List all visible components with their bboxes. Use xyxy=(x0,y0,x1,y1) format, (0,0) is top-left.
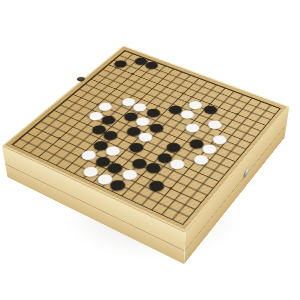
stone-white: ● xyxy=(190,151,213,167)
stone-black: ● xyxy=(111,58,132,70)
stone-white: ● xyxy=(204,117,226,132)
stone-white: ● xyxy=(182,120,204,135)
clasp-knob-icon xyxy=(244,167,249,180)
stone-black: ● xyxy=(125,139,148,155)
go-board-photo: ●●●●●●●●●●●●●●●●●●●●●●●●●●●●●●●●●●●●●●●●… xyxy=(0,0,300,300)
stone-black: ● xyxy=(145,176,170,194)
